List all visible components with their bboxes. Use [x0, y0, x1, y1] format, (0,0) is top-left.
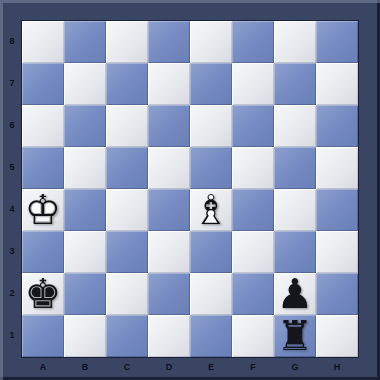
square-d3[interactable]: [148, 231, 190, 273]
file-label-a: A: [22, 357, 64, 377]
black-rook-glyph: ♜: [274, 315, 316, 357]
square-c4[interactable]: [106, 189, 148, 231]
square-g2[interactable]: ♟: [274, 273, 316, 315]
square-g1[interactable]: ♜: [274, 315, 316, 357]
square-f8[interactable]: [232, 21, 274, 63]
file-label-e: E: [190, 357, 232, 377]
square-e3[interactable]: [190, 231, 232, 273]
square-f6[interactable]: [232, 105, 274, 147]
square-b8[interactable]: [64, 21, 106, 63]
square-b1[interactable]: [64, 315, 106, 357]
square-b3[interactable]: [64, 231, 106, 273]
file-label-g: G: [274, 357, 316, 377]
square-a5[interactable]: [22, 147, 64, 189]
square-a2[interactable]: ♚: [22, 273, 64, 315]
square-c6[interactable]: [106, 105, 148, 147]
square-h5[interactable]: [316, 147, 358, 189]
square-e2[interactable]: [190, 273, 232, 315]
square-d2[interactable]: [148, 273, 190, 315]
square-h8[interactable]: [316, 21, 358, 63]
square-b2[interactable]: [64, 273, 106, 315]
square-h4[interactable]: [316, 189, 358, 231]
white-bishop-outline: ♗: [190, 189, 232, 231]
square-h6[interactable]: [316, 105, 358, 147]
square-b7[interactable]: [64, 63, 106, 105]
square-c2[interactable]: [106, 273, 148, 315]
square-h3[interactable]: [316, 231, 358, 273]
square-h7[interactable]: [316, 63, 358, 105]
square-a8[interactable]: [22, 21, 64, 63]
square-f2[interactable]: [232, 273, 274, 315]
white-bishop[interactable]: ♝♗: [190, 189, 232, 231]
file-label-h: H: [316, 357, 358, 377]
file-label-b: B: [64, 357, 106, 377]
square-b4[interactable]: [64, 189, 106, 231]
square-c5[interactable]: [106, 147, 148, 189]
square-f5[interactable]: [232, 147, 274, 189]
square-g6[interactable]: [274, 105, 316, 147]
square-e8[interactable]: [190, 21, 232, 63]
square-a3[interactable]: [22, 231, 64, 273]
file-label-c: C: [106, 357, 148, 377]
square-d5[interactable]: [148, 147, 190, 189]
square-a7[interactable]: [22, 63, 64, 105]
square-c8[interactable]: [106, 21, 148, 63]
file-label-d: D: [148, 357, 190, 377]
square-e4[interactable]: ♝♗: [190, 189, 232, 231]
square-f7[interactable]: [232, 63, 274, 105]
square-c1[interactable]: [106, 315, 148, 357]
file-labels: ABCDEFGH: [22, 357, 358, 377]
square-h2[interactable]: [316, 273, 358, 315]
black-rook[interactable]: ♜: [274, 315, 316, 357]
white-king-outline: ♔: [22, 189, 64, 231]
square-b5[interactable]: [64, 147, 106, 189]
square-c7[interactable]: [106, 63, 148, 105]
rank-label-8: 8: [2, 20, 22, 62]
square-c3[interactable]: [106, 231, 148, 273]
black-pawn-glyph: ♟: [274, 273, 316, 315]
square-g3[interactable]: [274, 231, 316, 273]
white-king[interactable]: ♚♔: [22, 189, 64, 231]
rank-label-4: 4: [2, 188, 22, 230]
square-h1[interactable]: [316, 315, 358, 357]
black-king[interactable]: ♚: [22, 273, 64, 315]
square-d6[interactable]: [148, 105, 190, 147]
black-pawn[interactable]: ♟: [274, 273, 316, 315]
square-e1[interactable]: [190, 315, 232, 357]
square-g8[interactable]: [274, 21, 316, 63]
square-d7[interactable]: [148, 63, 190, 105]
square-e7[interactable]: [190, 63, 232, 105]
rank-label-1: 1: [2, 314, 22, 356]
black-king-glyph: ♚: [22, 273, 64, 315]
rank-label-5: 5: [2, 146, 22, 188]
square-f1[interactable]: [232, 315, 274, 357]
square-f4[interactable]: [232, 189, 274, 231]
square-g4[interactable]: [274, 189, 316, 231]
square-f3[interactable]: [232, 231, 274, 273]
file-label-f: F: [232, 357, 274, 377]
chess-board-frame: 87654321 ♚♔♝♗♚♟♜ ABCDEFGH: [0, 0, 380, 380]
rank-label-7: 7: [2, 62, 22, 104]
square-e6[interactable]: [190, 105, 232, 147]
chess-board: ♚♔♝♗♚♟♜: [21, 20, 359, 358]
rank-label-2: 2: [2, 272, 22, 314]
rank-label-6: 6: [2, 104, 22, 146]
square-a4[interactable]: ♚♔: [22, 189, 64, 231]
square-g7[interactable]: [274, 63, 316, 105]
square-d8[interactable]: [148, 21, 190, 63]
square-d1[interactable]: [148, 315, 190, 357]
rank-labels: 87654321: [2, 20, 22, 356]
square-a1[interactable]: [22, 315, 64, 357]
square-g5[interactable]: [274, 147, 316, 189]
rank-label-3: 3: [2, 230, 22, 272]
square-e5[interactable]: [190, 147, 232, 189]
square-b6[interactable]: [64, 105, 106, 147]
square-d4[interactable]: [148, 189, 190, 231]
square-a6[interactable]: [22, 105, 64, 147]
